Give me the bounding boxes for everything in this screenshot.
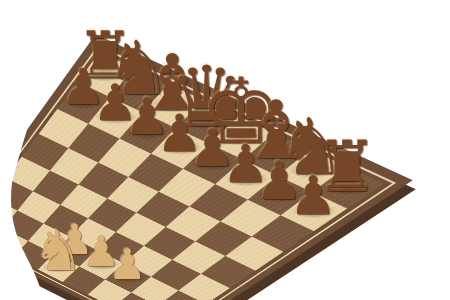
chess-set-photo: ♜♞♟♝♟♛♟♚♟♝♟♞♟♜♟♟♟♟♞♟: [0, 0, 450, 300]
board-frame: [0, 34, 413, 300]
chessboard-grid: [0, 52, 384, 300]
